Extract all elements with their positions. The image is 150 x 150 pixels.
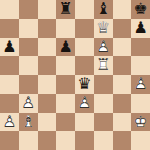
square-h8[interactable]: ♚ — [131, 0, 150, 19]
square-h3[interactable] — [131, 94, 150, 113]
square-b7[interactable] — [19, 19, 38, 38]
square-d4[interactable] — [56, 75, 75, 94]
square-d3[interactable] — [56, 94, 75, 113]
square-e2[interactable] — [75, 113, 94, 132]
square-b3[interactable]: ♟♙ — [19, 94, 38, 113]
square-g6[interactable] — [113, 38, 132, 57]
square-e8[interactable] — [75, 0, 94, 19]
black-pawn-icon[interactable]: ♟ — [131, 19, 150, 38]
square-c8[interactable] — [38, 0, 57, 19]
chess-board: ♜♝♚♛♕♟♟♟♟♙♜♖♛♟♙♟♙♟♙♟♙♝♗♚♔ — [0, 0, 150, 150]
black-pawn-icon[interactable]: ♟ — [0, 38, 19, 57]
square-e4[interactable]: ♛ — [75, 75, 94, 94]
square-e1[interactable] — [75, 131, 94, 150]
square-f5[interactable]: ♜♖ — [94, 56, 113, 75]
white-bishop-icon[interactable]: ♝♗ — [19, 113, 38, 132]
square-c6[interactable] — [38, 38, 57, 57]
square-b8[interactable] — [19, 0, 38, 19]
square-c3[interactable] — [38, 94, 57, 113]
square-b1[interactable] — [19, 131, 38, 150]
square-h4[interactable]: ♟♙ — [131, 75, 150, 94]
square-h1[interactable] — [131, 131, 150, 150]
square-a6[interactable]: ♟ — [0, 38, 19, 57]
square-g1[interactable] — [113, 131, 132, 150]
white-pawn-icon[interactable]: ♟♙ — [19, 94, 38, 113]
square-h2[interactable]: ♚♔ — [131, 113, 150, 132]
square-h6[interactable] — [131, 38, 150, 57]
square-d6[interactable]: ♟ — [56, 38, 75, 57]
square-a5[interactable] — [0, 56, 19, 75]
square-a8[interactable] — [0, 0, 19, 19]
square-d7[interactable] — [56, 19, 75, 38]
square-c7[interactable] — [38, 19, 57, 38]
square-a1[interactable] — [0, 131, 19, 150]
black-pawn-icon[interactable]: ♟ — [56, 38, 75, 57]
square-e3[interactable]: ♟♙ — [75, 94, 94, 113]
square-d5[interactable] — [56, 56, 75, 75]
black-queen-icon[interactable]: ♛ — [75, 75, 94, 94]
square-f2[interactable] — [94, 113, 113, 132]
square-f6[interactable]: ♟♙ — [94, 38, 113, 57]
square-g5[interactable] — [113, 56, 132, 75]
square-g8[interactable] — [113, 0, 132, 19]
square-h5[interactable] — [131, 56, 150, 75]
black-bishop-icon[interactable]: ♝ — [94, 0, 113, 19]
square-c4[interactable] — [38, 75, 57, 94]
square-e5[interactable] — [75, 56, 94, 75]
square-d2[interactable] — [56, 113, 75, 132]
square-g2[interactable] — [113, 113, 132, 132]
square-h7[interactable]: ♟ — [131, 19, 150, 38]
square-g7[interactable] — [113, 19, 132, 38]
square-b2[interactable]: ♝♗ — [19, 113, 38, 132]
square-c2[interactable] — [38, 113, 57, 132]
square-g4[interactable] — [113, 75, 132, 94]
square-a7[interactable] — [0, 19, 19, 38]
square-f7[interactable]: ♛♕ — [94, 19, 113, 38]
black-rook-icon[interactable]: ♜ — [56, 0, 75, 19]
square-e6[interactable] — [75, 38, 94, 57]
square-b6[interactable] — [19, 38, 38, 57]
square-d1[interactable] — [56, 131, 75, 150]
square-d8[interactable]: ♜ — [56, 0, 75, 19]
black-king-icon[interactable]: ♚ — [131, 0, 150, 19]
square-c5[interactable] — [38, 56, 57, 75]
white-pawn-icon[interactable]: ♟♙ — [94, 38, 113, 57]
square-f1[interactable] — [94, 131, 113, 150]
square-a2[interactable]: ♟♙ — [0, 113, 19, 132]
square-b5[interactable] — [19, 56, 38, 75]
square-f4[interactable] — [94, 75, 113, 94]
square-f8[interactable]: ♝ — [94, 0, 113, 19]
square-a3[interactable] — [0, 94, 19, 113]
white-rook-icon[interactable]: ♜♖ — [94, 56, 113, 75]
white-pawn-icon[interactable]: ♟♙ — [75, 94, 94, 113]
square-c1[interactable] — [38, 131, 57, 150]
square-b4[interactable] — [19, 75, 38, 94]
square-f3[interactable] — [94, 94, 113, 113]
square-e7[interactable] — [75, 19, 94, 38]
square-a4[interactable] — [0, 75, 19, 94]
white-pawn-icon[interactable]: ♟♙ — [0, 113, 19, 132]
white-queen-icon[interactable]: ♛♕ — [94, 19, 113, 38]
white-pawn-icon[interactable]: ♟♙ — [131, 75, 150, 94]
white-king-icon[interactable]: ♚♔ — [131, 113, 150, 132]
square-g3[interactable] — [113, 94, 132, 113]
